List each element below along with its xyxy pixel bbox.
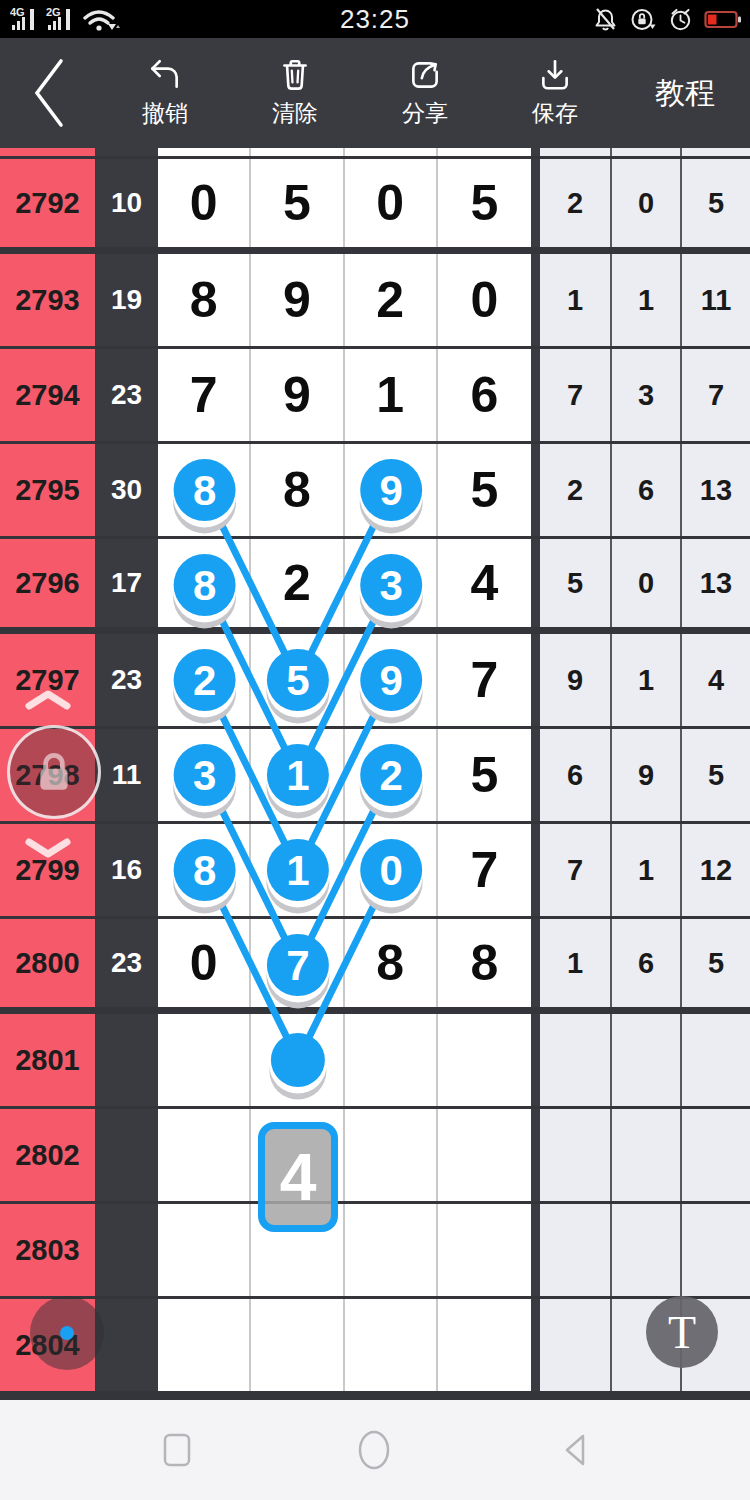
digit-cell-2797-c1[interactable] bbox=[158, 634, 251, 726]
digit: 5 bbox=[470, 174, 498, 232]
digit: 0 bbox=[190, 174, 218, 232]
clear-button[interactable]: 清除 bbox=[230, 57, 360, 129]
digit: 8 bbox=[376, 934, 404, 992]
stat-cell-2800-2: 6 bbox=[610, 919, 680, 1007]
digit-cell-2796-c1[interactable] bbox=[158, 539, 251, 627]
digit: 9 bbox=[283, 366, 311, 424]
digit-cell bbox=[251, 148, 344, 156]
sum-label: 16 bbox=[111, 854, 142, 886]
digit-cell-2794-c4[interactable]: 6 bbox=[438, 349, 531, 441]
digit-cell-2792-c3[interactable]: 0 bbox=[345, 159, 438, 247]
period-cell-2800[interactable]: 2800 bbox=[0, 919, 95, 1007]
sum-label: 19 bbox=[111, 284, 142, 316]
stat-cell-2800-1: 1 bbox=[540, 919, 610, 1007]
period-cell-2801[interactable]: 2801 bbox=[0, 1014, 95, 1106]
stat-cell-2799-1: 7 bbox=[540, 824, 610, 916]
grid-divider bbox=[531, 1299, 540, 1391]
grid-divider bbox=[531, 254, 540, 346]
back-button[interactable] bbox=[0, 38, 100, 148]
stat-value: 9 bbox=[638, 759, 654, 792]
toolbar: 撤销 清除 分享 保存 bbox=[0, 38, 750, 148]
digit-cell-2804-c1[interactable] bbox=[158, 1299, 251, 1391]
period-cell-2797[interactable]: 2797 bbox=[0, 634, 95, 726]
stat-value: 7 bbox=[708, 379, 724, 412]
floating-handle-button[interactable] bbox=[30, 1296, 104, 1370]
digit-cell-2797-c2[interactable] bbox=[251, 634, 344, 726]
chart-row-2798: 2798115695 bbox=[0, 729, 750, 824]
digit: 8 bbox=[283, 461, 311, 519]
stat-value: 13 bbox=[700, 567, 732, 600]
stat-cell-2799-2: 1 bbox=[610, 824, 680, 916]
sum-cell-2793: 19 bbox=[95, 254, 158, 346]
handle-dot-icon bbox=[60, 1326, 74, 1340]
save-button[interactable]: 保存 bbox=[490, 57, 620, 129]
stat-value: 1 bbox=[638, 854, 654, 887]
digit-cell-2794-c3[interactable]: 1 bbox=[345, 349, 438, 441]
stat-value: 2 bbox=[567, 187, 583, 220]
period-cell-2803[interactable]: 2803 bbox=[0, 1204, 95, 1296]
chart-row-2795: 279530852613 bbox=[0, 444, 750, 539]
digit-cell-2798-c4[interactable]: 5 bbox=[438, 729, 531, 821]
stat-value: 9 bbox=[567, 664, 583, 697]
digit-cell-2804-c4[interactable] bbox=[438, 1299, 531, 1391]
stat-cell-2802-2 bbox=[610, 1109, 680, 1201]
digit: 4 bbox=[470, 554, 498, 612]
stat-cell-2794-3: 7 bbox=[680, 349, 750, 441]
lock-button[interactable] bbox=[7, 725, 101, 819]
stat-cell-2793-3: 11 bbox=[680, 254, 750, 346]
stat-cell-2792-3: 5 bbox=[680, 159, 750, 247]
digit: 7 bbox=[470, 651, 498, 709]
navigation-bar bbox=[0, 1400, 750, 1500]
digit-cell-2799-c1[interactable] bbox=[158, 824, 251, 916]
stat-value: 12 bbox=[700, 854, 732, 887]
digit-cell-2793-c3[interactable]: 2 bbox=[345, 254, 438, 346]
sum-cell-2800: 23 bbox=[95, 919, 158, 1007]
digit: 7 bbox=[190, 366, 218, 424]
grid-divider bbox=[531, 729, 540, 821]
period-label: 2797 bbox=[15, 664, 80, 697]
stat-cell-2802-3 bbox=[680, 1109, 750, 1201]
digit-cell-2793-c1[interactable]: 8 bbox=[158, 254, 251, 346]
chart-row-2804: 2804 bbox=[0, 1299, 750, 1394]
partial-previous-row bbox=[0, 148, 750, 159]
sum-label: 17 bbox=[111, 567, 142, 599]
digit-cell-2798-c3[interactable] bbox=[345, 729, 438, 821]
digit-cell-2797-c3[interactable] bbox=[345, 634, 438, 726]
stat-value: 7 bbox=[567, 854, 583, 887]
stat-cell bbox=[680, 148, 750, 156]
period-cell-2799[interactable]: 2799 bbox=[0, 824, 95, 916]
stat-cell bbox=[540, 148, 610, 156]
undo-label: 撤销 bbox=[142, 98, 188, 129]
sum-label: 23 bbox=[111, 379, 142, 411]
period-label: 2803 bbox=[15, 1234, 80, 1267]
undo-icon bbox=[147, 57, 183, 93]
stat-value: 1 bbox=[567, 284, 583, 317]
digit-cell-2792-c2[interactable]: 5 bbox=[251, 159, 344, 247]
chart-row-2799: 27991677112 bbox=[0, 824, 750, 919]
grid-divider bbox=[531, 919, 540, 1007]
sum-cell-2799: 16 bbox=[95, 824, 158, 916]
digit: 9 bbox=[283, 271, 311, 329]
sum-label: 30 bbox=[111, 474, 142, 506]
period-label: 2796 bbox=[15, 567, 80, 600]
back-triangle-icon bbox=[557, 1430, 597, 1470]
sum-label: 23 bbox=[111, 664, 142, 696]
chart-row-2803: 2803 bbox=[0, 1204, 750, 1299]
digit: 7 bbox=[470, 841, 498, 899]
stat-value: 5 bbox=[708, 187, 724, 220]
stat-cell-2796-1: 5 bbox=[540, 539, 610, 627]
period-label: 2794 bbox=[15, 379, 80, 412]
grid-divider bbox=[531, 349, 540, 441]
stat-cell-2795-3: 13 bbox=[680, 444, 750, 536]
sum-cell-2797: 23 bbox=[95, 634, 158, 726]
digit-cell-2794-c2[interactable]: 9 bbox=[251, 349, 344, 441]
sum-cell-2792: 10 bbox=[95, 159, 158, 247]
home-button[interactable] bbox=[334, 1410, 414, 1490]
digit-cell-2798-c1[interactable] bbox=[158, 729, 251, 821]
digit: 5 bbox=[283, 174, 311, 232]
stat-value: 0 bbox=[638, 567, 654, 600]
digit-cell-2803-c4[interactable] bbox=[438, 1204, 531, 1296]
save-label: 保存 bbox=[532, 98, 578, 129]
download-icon bbox=[537, 57, 573, 93]
digit-cell-2801-c4[interactable] bbox=[438, 1014, 531, 1106]
sum-cell-2794: 23 bbox=[95, 349, 158, 441]
digit: 5 bbox=[470, 461, 498, 519]
stat-cell-2799-3: 12 bbox=[680, 824, 750, 916]
period-cell-2796[interactable]: 2796 bbox=[0, 539, 95, 627]
chart-row-2800: 280023088165 bbox=[0, 919, 750, 1014]
digit-cell-2795-c1[interactable] bbox=[158, 444, 251, 536]
stat-cell-2794-1: 7 bbox=[540, 349, 610, 441]
share-label: 分享 bbox=[402, 98, 448, 129]
grid-divider bbox=[531, 1109, 540, 1201]
period-cell-2793[interactable]: 2793 bbox=[0, 254, 95, 346]
grid-divider bbox=[531, 148, 540, 156]
grid-divider bbox=[531, 634, 540, 726]
period-label: 2793 bbox=[15, 284, 80, 317]
digit-cell-2793-c2[interactable]: 9 bbox=[251, 254, 344, 346]
stat-cell-2804-1 bbox=[540, 1299, 610, 1391]
sum-label: 23 bbox=[111, 947, 142, 979]
lock-icon bbox=[33, 749, 75, 795]
text-tool-button[interactable]: T bbox=[646, 1296, 718, 1368]
stat-value: 6 bbox=[567, 759, 583, 792]
grid-divider bbox=[531, 1204, 540, 1296]
digit-cell-2802-c1[interactable] bbox=[158, 1109, 251, 1201]
stat-cell-2792-2: 0 bbox=[610, 159, 680, 247]
next-pick-value: 4 bbox=[280, 1139, 317, 1215]
period-cell bbox=[0, 148, 95, 156]
trash-icon bbox=[277, 57, 313, 93]
digit-cell-2792-c4[interactable]: 5 bbox=[438, 159, 531, 247]
stat-value: 0 bbox=[638, 187, 654, 220]
digit-cell-2796-c4[interactable]: 4 bbox=[438, 539, 531, 627]
digit: 0 bbox=[470, 271, 498, 329]
digit-cell-2803-c3[interactable] bbox=[345, 1204, 438, 1296]
chart-row-2796: 279617245013 bbox=[0, 539, 750, 634]
digit-cell-2799-c2[interactable] bbox=[251, 824, 344, 916]
period-label: 2792 bbox=[15, 187, 80, 220]
digit: 6 bbox=[470, 366, 498, 424]
sum-label: 11 bbox=[112, 759, 142, 791]
digit-cell-2804-c2[interactable] bbox=[251, 1299, 344, 1391]
digit-cell bbox=[158, 148, 251, 156]
chart-row-2793: 27931989201111 bbox=[0, 254, 750, 349]
stat-cell-2803-2 bbox=[610, 1204, 680, 1296]
digit: 0 bbox=[190, 934, 218, 992]
next-pick-tile[interactable]: 4 bbox=[258, 1122, 338, 1232]
sum-cell-2803 bbox=[95, 1204, 158, 1296]
period-cell-2802[interactable]: 2802 bbox=[0, 1109, 95, 1201]
sum-label: 10 bbox=[111, 187, 142, 219]
recents-square-icon bbox=[157, 1430, 197, 1470]
digit-cell-2800-c1[interactable]: 0 bbox=[158, 919, 251, 1007]
period-cell-2792[interactable]: 2792 bbox=[0, 159, 95, 247]
stat-cell-2795-2: 6 bbox=[610, 444, 680, 536]
grid-divider bbox=[531, 159, 540, 247]
digit-cell-2801-c1[interactable] bbox=[158, 1014, 251, 1106]
period-label: 2802 bbox=[15, 1139, 80, 1172]
digit-cell-2802-c4[interactable] bbox=[438, 1109, 531, 1201]
digit: 0 bbox=[376, 174, 404, 232]
stat-value: 4 bbox=[708, 664, 724, 697]
sum-cell-2796: 17 bbox=[95, 539, 158, 627]
digit-cell-2796-c2[interactable]: 2 bbox=[251, 539, 344, 627]
toolbar-actions: 撤销 清除 分享 保存 bbox=[100, 57, 750, 129]
digit-cell-2792-c1[interactable]: 0 bbox=[158, 159, 251, 247]
digit-cell-2803-c1[interactable] bbox=[158, 1204, 251, 1296]
stat-cell-2796-2: 0 bbox=[610, 539, 680, 627]
chart-row-2797: 2797237914 bbox=[0, 634, 750, 729]
chart-row-2801: 2801 bbox=[0, 1014, 750, 1109]
clock-time: 23:25 bbox=[0, 4, 750, 35]
back-nav-button[interactable] bbox=[537, 1410, 617, 1490]
stat-cell-2796-3: 13 bbox=[680, 539, 750, 627]
period-label: 2800 bbox=[15, 947, 80, 980]
chart-row-2792: 2792100505205 bbox=[0, 159, 750, 254]
digit-cell-2801-c2[interactable] bbox=[251, 1014, 344, 1106]
digit-cell bbox=[438, 148, 531, 156]
stat-cell-2801-2 bbox=[610, 1014, 680, 1106]
grid-divider bbox=[531, 444, 540, 536]
sum-cell-2804 bbox=[95, 1299, 158, 1391]
status-bar: 4G 2G 23:25 bbox=[0, 0, 750, 38]
digit-cell-2795-c4[interactable]: 5 bbox=[438, 444, 531, 536]
sum-cell bbox=[95, 148, 158, 156]
grid-divider bbox=[531, 824, 540, 916]
stat-cell-2802-1 bbox=[540, 1109, 610, 1201]
digit-cell-2793-c4[interactable]: 0 bbox=[438, 254, 531, 346]
sum-cell-2795: 30 bbox=[95, 444, 158, 536]
digit-cell-2799-c4[interactable]: 7 bbox=[438, 824, 531, 916]
stat-cell-2798-2: 9 bbox=[610, 729, 680, 821]
chart-row-2794: 2794237916737 bbox=[0, 349, 750, 444]
digit-cell-2796-c3[interactable] bbox=[345, 539, 438, 627]
recents-button[interactable] bbox=[137, 1410, 217, 1490]
stat-cell-2794-2: 3 bbox=[610, 349, 680, 441]
trend-chart-grid: 2792100505205279319892011112794237916737… bbox=[0, 148, 750, 1394]
stat-value: 6 bbox=[638, 474, 654, 507]
digit-cell-2800-c4[interactable]: 8 bbox=[438, 919, 531, 1007]
stat-value: 1 bbox=[567, 947, 583, 980]
stat-value: 2 bbox=[567, 474, 583, 507]
undo-button[interactable]: 撤销 bbox=[100, 57, 230, 129]
stat-value: 5 bbox=[708, 759, 724, 792]
digit: 2 bbox=[283, 554, 311, 612]
period-cell-2795[interactable]: 2795 bbox=[0, 444, 95, 536]
stat-cell-2803-3 bbox=[680, 1204, 750, 1296]
stat-value: 13 bbox=[700, 474, 732, 507]
digit-cell-2794-c1[interactable]: 7 bbox=[158, 349, 251, 441]
period-label: 2795 bbox=[15, 474, 80, 507]
stat-value: 3 bbox=[638, 379, 654, 412]
stat-cell-2795-1: 2 bbox=[540, 444, 610, 536]
sum-cell-2798: 11 bbox=[95, 729, 158, 821]
stat-value: 11 bbox=[701, 284, 732, 317]
digit-cell-2804-c3[interactable] bbox=[345, 1299, 438, 1391]
stat-cell bbox=[610, 148, 680, 156]
stat-cell-2803-1 bbox=[540, 1204, 610, 1296]
tutorial-button[interactable]: 教程 bbox=[620, 57, 750, 129]
sum-cell-2801 bbox=[95, 1014, 158, 1106]
grid-divider bbox=[531, 1014, 540, 1106]
stat-value: 6 bbox=[638, 947, 654, 980]
digit-cell-2799-c3[interactable] bbox=[345, 824, 438, 916]
home-circle-icon bbox=[354, 1430, 394, 1470]
text-tool-label: T bbox=[668, 1306, 696, 1359]
digit-cell-2801-c3[interactable] bbox=[345, 1014, 438, 1106]
digit: 8 bbox=[190, 271, 218, 329]
digit-cell-2795-c2[interactable]: 8 bbox=[251, 444, 344, 536]
period-label: 2801 bbox=[15, 1044, 80, 1077]
digit: 5 bbox=[470, 746, 498, 804]
stat-cell-2801-1 bbox=[540, 1014, 610, 1106]
stat-cell-2797-3: 4 bbox=[680, 634, 750, 726]
stat-value: 5 bbox=[567, 567, 583, 600]
digit: 2 bbox=[376, 271, 404, 329]
digit-cell bbox=[345, 148, 438, 156]
digit: 8 bbox=[470, 934, 498, 992]
stat-cell-2792-1: 2 bbox=[540, 159, 610, 247]
digit-cell-2800-c3[interactable]: 8 bbox=[345, 919, 438, 1007]
stat-value: 1 bbox=[638, 284, 654, 317]
stat-cell-2798-1: 6 bbox=[540, 729, 610, 821]
stat-cell-2793-2: 1 bbox=[610, 254, 680, 346]
digit-cell-2800-c2[interactable] bbox=[251, 919, 344, 1007]
digit-cell-2798-c2[interactable] bbox=[251, 729, 344, 821]
stat-cell-2801-3 bbox=[680, 1014, 750, 1106]
digit: 1 bbox=[376, 366, 404, 424]
back-chevron-icon bbox=[27, 53, 73, 133]
stat-cell-2797-1: 9 bbox=[540, 634, 610, 726]
stat-cell-2797-2: 1 bbox=[610, 634, 680, 726]
share-button[interactable]: 分享 bbox=[360, 57, 490, 129]
stat-cell-2793-1: 1 bbox=[540, 254, 610, 346]
stat-value: 1 bbox=[638, 664, 654, 697]
digit-cell-2795-c3[interactable] bbox=[345, 444, 438, 536]
period-cell-2794[interactable]: 2794 bbox=[0, 349, 95, 441]
stat-value: 7 bbox=[567, 379, 583, 412]
sum-cell-2802 bbox=[95, 1109, 158, 1201]
share-icon bbox=[407, 57, 443, 93]
stat-cell-2798-3: 5 bbox=[680, 729, 750, 821]
stat-cell-2800-3: 5 bbox=[680, 919, 750, 1007]
digit-cell-2802-c3[interactable] bbox=[345, 1109, 438, 1201]
grid-divider bbox=[531, 539, 540, 627]
stat-value: 5 bbox=[708, 947, 724, 980]
chart-row-2802: 2802 bbox=[0, 1109, 750, 1204]
clear-label: 清除 bbox=[272, 98, 318, 129]
digit-cell-2797-c4[interactable]: 7 bbox=[438, 634, 531, 726]
period-label: 2799 bbox=[15, 854, 80, 887]
